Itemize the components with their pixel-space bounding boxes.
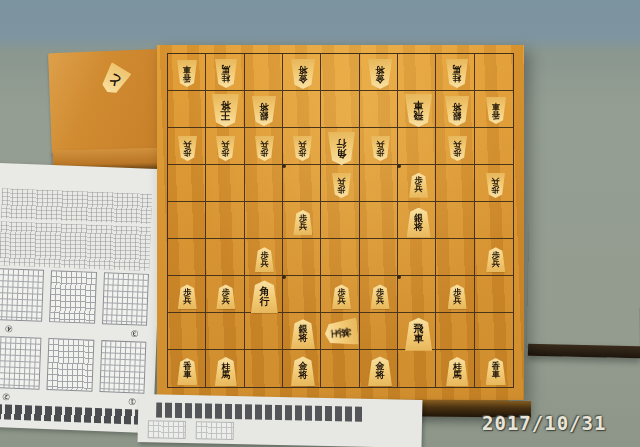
board-square (321, 350, 359, 387)
piece-kanji: 将 (298, 64, 307, 73)
kifu-label: ② (2, 391, 10, 401)
board-square (283, 91, 321, 128)
board-square (283, 165, 321, 202)
shogi-piece-p-near: 歩兵 (409, 173, 428, 198)
piece-kanji: 歩 (492, 185, 500, 193)
piece-kanji: 車 (183, 371, 191, 379)
board-square (475, 128, 513, 165)
piece-kanji: 香 (183, 73, 191, 81)
kifu-diagram-row (0, 336, 146, 394)
board-square (206, 313, 244, 350)
piece-kanji: 将 (341, 326, 352, 337)
piece-kanji: 将 (376, 64, 385, 73)
board-square (168, 202, 206, 239)
piece-kanji: 兵 (183, 140, 191, 148)
board-square (360, 91, 398, 128)
photo-scene: と ① ② ③ ④ (0, 0, 640, 447)
shogi-piece-n-near: 桂馬 (446, 357, 468, 386)
shogi-piece-p-near: 歩兵 (255, 247, 274, 272)
piece-kanji: 兵 (299, 140, 307, 148)
shogi-piece-p-near: 歩兵 (178, 284, 197, 309)
board-square (436, 202, 474, 239)
kifu-diagram (148, 420, 186, 439)
piece-kanji: 兵 (338, 297, 346, 305)
board-square (245, 202, 283, 239)
piece-kanji: 将 (221, 101, 231, 112)
board-square (475, 202, 513, 239)
piece-kanji: 車 (414, 101, 424, 112)
piece-kanji: 将 (260, 102, 269, 111)
shogi-piece-n-near: 桂馬 (215, 357, 237, 386)
piece-kanji: 兵 (376, 140, 384, 148)
piece-kanji: 桂 (453, 73, 462, 82)
board-square (360, 165, 398, 202)
board-square (245, 165, 283, 202)
piece-kanji: 将 (298, 371, 307, 380)
shogi-piece-p-near: 歩兵 (448, 284, 467, 309)
paper-strip-diagrams (148, 420, 234, 440)
board-square (398, 128, 436, 165)
board-square (168, 239, 206, 276)
board-square (168, 165, 206, 202)
board-square (360, 239, 398, 276)
board-square (283, 276, 321, 313)
shogi-piece-s-near: 銀将 (407, 208, 431, 238)
shogi-piece-s-near: 銀将 (291, 319, 315, 349)
kifu-label: ① (128, 396, 136, 406)
piece-kanji: 将 (298, 334, 307, 343)
piece-kanji: 兵 (222, 140, 230, 148)
date-stamp: 2017/10/31 (482, 412, 606, 434)
piece-kanji: 将 (453, 102, 462, 111)
shogi-piece-l-near: 香車 (486, 358, 506, 385)
shogi-piece-g-near: 金将 (291, 356, 315, 386)
piece-kanji: 兵 (260, 260, 268, 268)
piece-kanji: 車 (492, 103, 500, 111)
shogi-piece-b-near: 角行 (251, 280, 278, 313)
board-square (321, 54, 359, 91)
piece-kanji: 兵 (492, 260, 500, 268)
board-square (206, 165, 244, 202)
piece-kanji: 兵 (415, 185, 423, 193)
piece-kanji: 兵 (376, 297, 384, 305)
piece-kanji: 飛 (414, 111, 424, 122)
board-square (475, 313, 513, 350)
board-square (245, 313, 283, 350)
board-square (321, 239, 359, 276)
kifu-label: ④ (5, 323, 13, 333)
shogi-piece-r-near: 飛車 (405, 318, 432, 351)
paper-strip-text (156, 402, 362, 421)
piece-kanji: 車 (414, 334, 424, 345)
board-square (436, 165, 474, 202)
board-square (245, 54, 283, 91)
kifu-diagram (102, 272, 149, 326)
board-square (168, 91, 206, 128)
shogi-piece-l-near: 香車 (177, 358, 197, 385)
kifu-title-text (0, 404, 142, 425)
piece-kanji: 将 (414, 222, 423, 231)
piece-kanji: 車 (183, 65, 191, 73)
komadai-right-front-edge (528, 344, 640, 359)
board-square (398, 350, 436, 387)
board-square (321, 202, 359, 239)
board-square (436, 313, 474, 350)
shogi-piece-p-near: 歩兵 (332, 284, 351, 309)
shogi-piece-p-near: 歩兵 (216, 284, 235, 309)
board-square (321, 91, 359, 128)
kifu-diagram (0, 336, 42, 390)
shogi-piece-p-near: 歩兵 (293, 210, 312, 235)
shogi-board: 香車桂馬金将金将桂馬王将銀将飛車銀将香車歩兵歩兵歩兵歩兵角行歩兵歩兵歩兵歩兵歩兵… (157, 45, 524, 400)
kifu-sheet-content: ① ② ③ ④ (0, 167, 159, 429)
kifu-diagram (196, 421, 234, 440)
kifu-diagram (49, 270, 96, 324)
board-square (436, 239, 474, 276)
shogi-piece-g-near: 金将 (368, 356, 392, 386)
piece-kanji: 行 (259, 297, 269, 308)
board-square (283, 239, 321, 276)
piece-kanji: 将 (376, 371, 385, 380)
board-square (475, 276, 513, 313)
shogi-piece-g-far: 金将 (291, 59, 315, 89)
shogi-piece-g-far: 金将 (368, 59, 392, 89)
kifu-diagram-row (0, 268, 149, 326)
komadai-right (527, 223, 640, 349)
piece-kanji: 角 (337, 148, 347, 159)
piece-kanji: 歩 (338, 185, 346, 193)
piece-kanji: 行 (337, 138, 347, 149)
piece-kanji: 桂 (222, 73, 231, 82)
piece-kanji: 馬 (222, 65, 231, 74)
board-square (360, 313, 398, 350)
kifu-sheet: ① ② ③ ④ (0, 163, 163, 433)
piece-kanji: 兵 (453, 140, 461, 148)
kifu-text-block (0, 221, 151, 271)
kifu-text-block (1, 188, 152, 224)
board-square (398, 54, 436, 91)
shogi-piece-b-far: 角行 (328, 132, 355, 165)
board-square (206, 202, 244, 239)
piece-kanji: 兵 (183, 297, 191, 305)
piece-kanji: 馬 (453, 371, 462, 380)
kifu-diagram (47, 338, 94, 392)
piece-kanji: 馬 (453, 65, 462, 74)
board-grid: 香車桂馬金将金将桂馬王将銀将飛車銀将香車歩兵歩兵歩兵歩兵角行歩兵歩兵歩兵歩兵歩兵… (167, 53, 514, 388)
piece-kanji: 兵 (299, 222, 307, 230)
board-square (398, 239, 436, 276)
piece-kanji: 香 (492, 111, 500, 119)
star-point (282, 164, 286, 168)
piece-kanji: 王 (221, 111, 231, 122)
board-square (206, 239, 244, 276)
piece-kanji: 兵 (260, 140, 268, 148)
komadai-left (48, 49, 170, 154)
board-square (168, 313, 206, 350)
board-square (475, 54, 513, 91)
board-square (398, 276, 436, 313)
piece-kanji: 兵 (222, 297, 230, 305)
piece-kanji: 兵 (492, 177, 500, 185)
kifu-label: ③ (130, 328, 138, 338)
paper-under-board (138, 394, 423, 447)
kifu-diagram (0, 268, 44, 322)
piece-kanji: 車 (492, 371, 500, 379)
shogi-piece-p-far: 歩兵 (332, 173, 351, 198)
piece-kanji: 馬 (222, 371, 231, 380)
kifu-diagram (99, 340, 146, 394)
board-square (245, 350, 283, 387)
piece-kanji: 兵 (338, 177, 346, 185)
piece-kanji: 兵 (453, 297, 461, 305)
shogi-piece-p-near: 歩兵 (371, 284, 390, 309)
board-square (360, 202, 398, 239)
shogi-piece-p-near: 歩兵 (486, 247, 505, 272)
